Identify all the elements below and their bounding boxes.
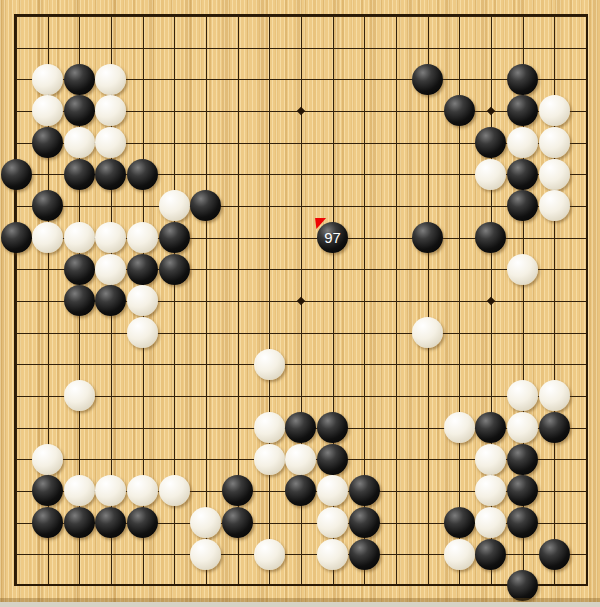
stone-white (475, 444, 506, 475)
stone-white (32, 95, 63, 126)
stone-white (539, 127, 570, 158)
stone-white (317, 507, 348, 538)
stone-black (507, 64, 538, 95)
stone-black (539, 539, 570, 570)
stone-black (64, 95, 95, 126)
stone-black (285, 412, 316, 443)
stone-black (1, 222, 32, 253)
stone-black-last-move: 97 (317, 222, 348, 253)
stone-white (95, 475, 126, 506)
stone-white (254, 539, 285, 570)
stone-black (507, 507, 538, 538)
star-point (487, 297, 495, 305)
stone-black (32, 190, 63, 221)
board-lattice: 97 (0, 0, 600, 601)
stone-white (64, 222, 95, 253)
stone-white (127, 317, 158, 348)
stone-white (475, 159, 506, 190)
stone-white (32, 444, 63, 475)
stone-white (95, 254, 126, 285)
stone-black (507, 475, 538, 506)
stone-white (95, 127, 126, 158)
stone-black (127, 254, 158, 285)
stone-white (190, 539, 221, 570)
stone-black (507, 190, 538, 221)
stone-black (32, 507, 63, 538)
stone-white (64, 380, 95, 411)
stone-black (95, 159, 126, 190)
go-board[interactable]: 97 (0, 0, 600, 607)
stone-black (159, 222, 190, 253)
stone-black (64, 64, 95, 95)
stone-white (32, 222, 63, 253)
stone-white (507, 254, 538, 285)
stone-white (254, 349, 285, 380)
stone-white (127, 285, 158, 316)
stone-white (190, 507, 221, 538)
stone-white (539, 190, 570, 221)
stone-black (159, 254, 190, 285)
stone-black (475, 412, 506, 443)
stone-black (317, 412, 348, 443)
stone-black (222, 475, 253, 506)
stone-black (64, 507, 95, 538)
star-point (297, 107, 305, 115)
stone-white (539, 95, 570, 126)
stone-black (222, 507, 253, 538)
stone-black (412, 222, 443, 253)
stone-white (95, 95, 126, 126)
stone-black (507, 95, 538, 126)
stone-black (507, 570, 538, 601)
stone-white (507, 127, 538, 158)
stone-white (64, 475, 95, 506)
stone-black (475, 539, 506, 570)
stone-black (95, 285, 126, 316)
stone-black (64, 285, 95, 316)
stone-black (412, 64, 443, 95)
stone-black (349, 507, 380, 538)
stone-white (444, 539, 475, 570)
stone-black (64, 159, 95, 190)
stone-black (95, 507, 126, 538)
stone-black (1, 159, 32, 190)
stone-black (127, 159, 158, 190)
stone-black (32, 475, 63, 506)
stone-white (95, 64, 126, 95)
star-point (487, 107, 495, 115)
stone-white (32, 64, 63, 95)
stone-black (349, 475, 380, 506)
stone-white (475, 475, 506, 506)
stone-black (507, 444, 538, 475)
stone-white (317, 475, 348, 506)
stone-white (412, 317, 443, 348)
move-number-label: 97 (317, 222, 348, 253)
stone-white (285, 444, 316, 475)
stone-black (349, 539, 380, 570)
stone-black (127, 507, 158, 538)
stone-white (127, 475, 158, 506)
stone-black (32, 127, 63, 158)
star-point (297, 297, 305, 305)
stone-white (475, 507, 506, 538)
stone-white (159, 475, 190, 506)
stone-white (95, 222, 126, 253)
stone-white (127, 222, 158, 253)
stone-white (254, 412, 285, 443)
stone-white (159, 190, 190, 221)
stone-black (317, 444, 348, 475)
stone-black (190, 190, 221, 221)
stone-white (254, 444, 285, 475)
stone-white (317, 539, 348, 570)
stone-black (475, 127, 506, 158)
stone-white (539, 159, 570, 190)
stone-black (285, 475, 316, 506)
stone-white (539, 380, 570, 411)
stone-black (475, 222, 506, 253)
stone-black (539, 412, 570, 443)
stone-black (444, 507, 475, 538)
stone-white (64, 127, 95, 158)
stone-black (444, 95, 475, 126)
stone-black (507, 159, 538, 190)
board-bottom-edge (0, 602, 600, 607)
stone-white (444, 412, 475, 443)
stone-white (507, 380, 538, 411)
stone-white (507, 412, 538, 443)
stone-black (64, 254, 95, 285)
